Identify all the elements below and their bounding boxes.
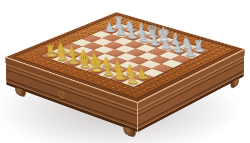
chess-case: ♜♞♝♛♚♝♞♜♟♟♟♟♟♟♟♟♟♟♟♟♟♟♟♟♜♞♝♛♚♝♞♜	[5, 12, 245, 102]
piece-glyph: ♜	[113, 70, 150, 83]
stage: ♜♞♝♛♚♝♞♜♟♟♟♟♟♟♟♟♟♟♟♟♟♟♟♟♜♞♝♛♚♝♞♜	[0, 0, 250, 143]
case-foot-near	[123, 126, 136, 138]
case-foot-right	[230, 78, 239, 90]
drawer-ring-pull[interactable]	[58, 89, 65, 100]
chess-set-photo: ♜♞♝♛♚♝♞♜♟♟♟♟♟♟♟♟♟♟♟♟♟♟♟♟♜♞♝♛♚♝♞♜	[0, 0, 250, 143]
case-foot-left	[15, 87, 26, 98]
piece-glyph: ♟	[172, 45, 207, 55]
piece-white-rook-h1[interactable]: ♜	[122, 78, 144, 87]
